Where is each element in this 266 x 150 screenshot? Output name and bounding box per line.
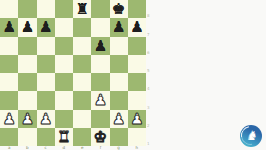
square-g2[interactable]: ♟ [110,110,128,128]
square-g7[interactable]: ♟ [110,18,128,36]
rank-label-4: 4 [146,86,152,91]
square-d7[interactable] [55,18,73,36]
piece-black-pawn-b7: ♟ [18,18,36,36]
square-e5[interactable] [73,55,91,73]
square-b5[interactable] [18,55,36,73]
piece-white-rook-d1: ♜ [55,128,73,146]
square-c5[interactable] [37,55,55,73]
square-a5[interactable] [0,55,18,73]
square-e1[interactable] [73,128,91,146]
piece-black-pawn-g7: ♟ [110,18,128,36]
square-h4[interactable] [128,73,146,91]
square-b6[interactable] [18,37,36,55]
square-h2[interactable]: ♟ [128,110,146,128]
square-g6[interactable] [110,37,128,55]
square-f8[interactable] [91,0,109,18]
square-e6[interactable] [73,37,91,55]
piece-white-pawn-a2: ♟ [0,110,18,128]
square-a3[interactable] [0,91,18,109]
square-a7[interactable]: ♟ [0,18,18,36]
file-coordinates: abcdefgh [0,146,146,150]
piece-white-pawn-c2: ♟ [37,110,55,128]
square-g4[interactable] [110,73,128,91]
rank-coordinates: 87654321 [146,0,152,146]
square-h3[interactable] [128,91,146,109]
file-label-f: f [91,146,109,150]
square-h6[interactable] [128,37,146,55]
square-f3[interactable]: ♟ [91,91,109,109]
square-a2[interactable]: ♟ [0,110,18,128]
square-h7[interactable]: ♟ [128,18,146,36]
square-a6[interactable] [0,37,18,55]
square-e7[interactable] [73,18,91,36]
square-d8[interactable] [55,0,73,18]
file-label-d: d [55,146,73,150]
piece-white-king-f1: ♚ [91,128,109,146]
square-a4[interactable] [0,73,18,91]
rank-label-8: 8 [146,13,152,18]
piece-black-pawn-a7: ♟ [0,18,18,36]
square-e8[interactable]: ♜ [73,0,91,18]
square-f4[interactable] [91,73,109,91]
square-f7[interactable] [91,18,109,36]
square-g3[interactable] [110,91,128,109]
square-g5[interactable] [110,55,128,73]
file-label-h: h [128,146,146,150]
piece-black-pawn-h7: ♟ [128,18,146,36]
square-b1[interactable] [18,128,36,146]
knight-logo-icon: ♞ [246,125,258,147]
square-g8[interactable]: ♚ [110,0,128,18]
file-label-c: c [37,146,55,150]
rank-label-2: 2 [146,123,152,128]
square-d6[interactable] [55,37,73,55]
piece-black-pawn-c7: ♟ [37,18,55,36]
chess-board-area: ♜♚♟♟♟♟♟♟♟♟♟♟♟♟♜♚ abcdefgh 87654321 [0,0,146,150]
chess-app-logo: ♞ [240,125,262,147]
square-e2[interactable] [73,110,91,128]
square-f5[interactable] [91,55,109,73]
square-h1[interactable] [128,128,146,146]
file-label-g: g [110,146,128,150]
square-c2[interactable]: ♟ [37,110,55,128]
piece-black-rook-e8: ♜ [73,0,91,18]
rank-label-7: 7 [146,32,152,37]
square-d3[interactable] [55,91,73,109]
square-f6[interactable]: ♟ [91,37,109,55]
square-a8[interactable] [0,0,18,18]
rank-label-5: 5 [146,68,152,73]
square-c1[interactable] [37,128,55,146]
chess-board: ♜♚♟♟♟♟♟♟♟♟♟♟♟♟♜♚ [0,0,146,146]
rank-label-3: 3 [146,105,152,110]
piece-white-pawn-b2: ♟ [18,110,36,128]
page: ♜♚♟♟♟♟♟♟♟♟♟♟♟♟♜♚ abcdefgh 87654321 ♞ [0,0,266,150]
square-c4[interactable] [37,73,55,91]
square-d2[interactable] [55,110,73,128]
square-b7[interactable]: ♟ [18,18,36,36]
square-d4[interactable] [55,73,73,91]
square-g1[interactable] [110,128,128,146]
file-label-a: a [0,146,18,150]
rank-label-6: 6 [146,50,152,55]
file-label-b: b [18,146,36,150]
square-h5[interactable] [128,55,146,73]
square-c3[interactable] [37,91,55,109]
rank-label-1: 1 [146,141,152,146]
square-b4[interactable] [18,73,36,91]
square-b2[interactable]: ♟ [18,110,36,128]
piece-white-pawn-h2: ♟ [128,110,146,128]
square-c6[interactable] [37,37,55,55]
square-c8[interactable] [37,0,55,18]
square-b3[interactable] [18,91,36,109]
square-f2[interactable] [91,110,109,128]
square-b8[interactable] [18,0,36,18]
square-d1[interactable]: ♜ [55,128,73,146]
file-label-e: e [73,146,91,150]
square-e3[interactable] [73,91,91,109]
square-f1[interactable]: ♚ [91,128,109,146]
square-h8[interactable] [128,0,146,18]
piece-white-pawn-f3: ♟ [91,91,109,109]
square-a1[interactable] [0,128,18,146]
square-c7[interactable]: ♟ [37,18,55,36]
piece-black-king-g8: ♚ [110,0,128,18]
piece-black-pawn-f6: ♟ [91,37,109,55]
square-e4[interactable] [73,73,91,91]
piece-white-pawn-g2: ♟ [110,110,128,128]
square-d5[interactable] [55,55,73,73]
